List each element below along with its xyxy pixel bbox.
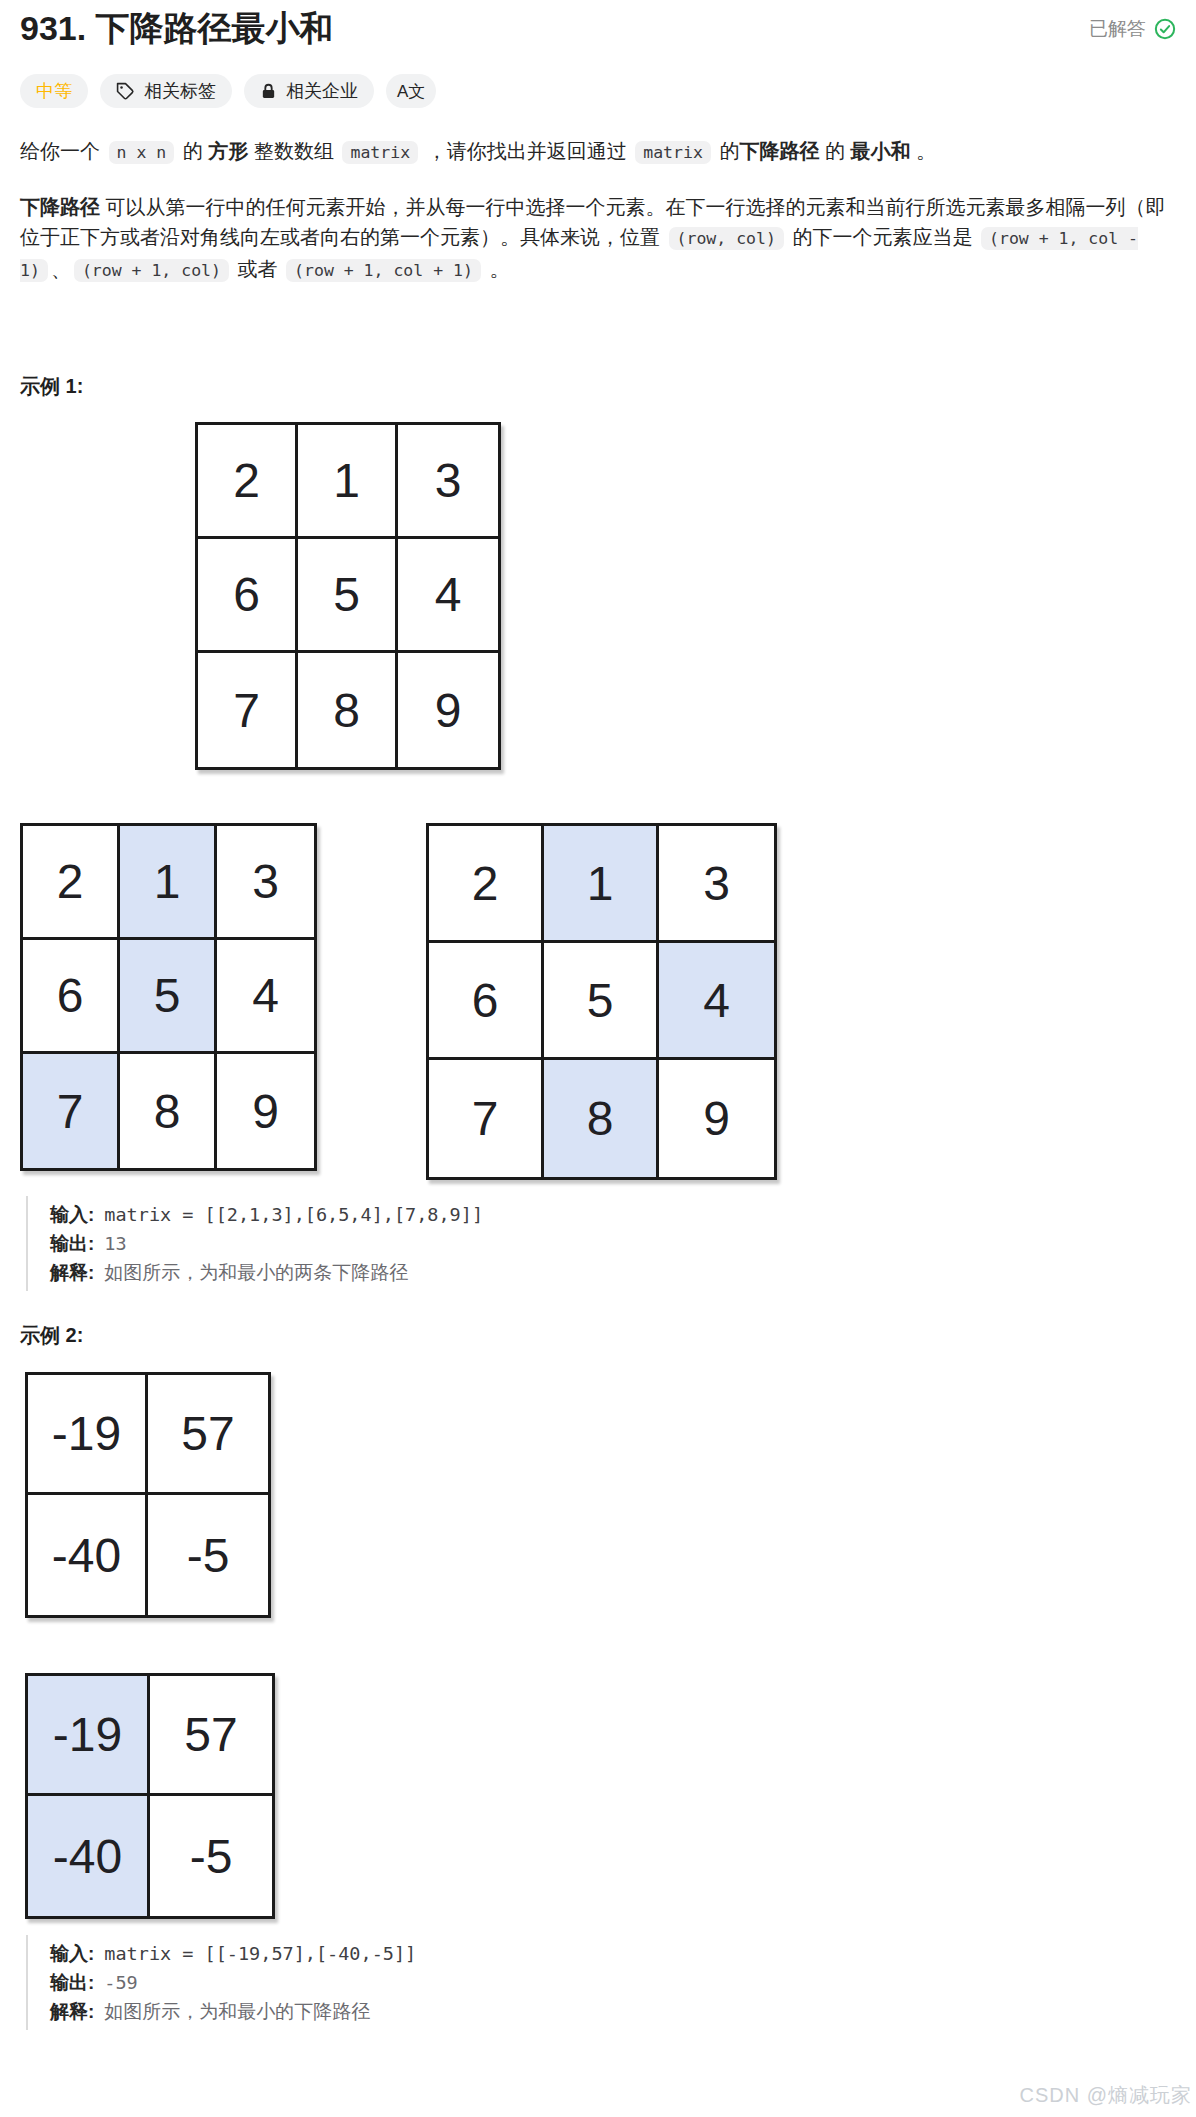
matrix-cell: 8: [120, 1054, 217, 1168]
input-label: 输入:: [50, 1943, 94, 1964]
header: 931. 下降路径最小和 已解答: [20, 0, 1176, 48]
matrix-cell: 4: [217, 940, 314, 1054]
matrix-cell: 4: [398, 539, 498, 653]
example1-output-line: 输出:13: [50, 1229, 1176, 1258]
matrix-cell: 1: [120, 826, 217, 940]
related-tags-button[interactable]: 相关标签: [100, 74, 232, 108]
matrix-cell: 57: [150, 1676, 272, 1796]
matrix-cell: 8: [298, 653, 398, 767]
matrix-cell: 3: [217, 826, 314, 940]
tag-icon: [116, 82, 135, 101]
matrix-cell: 9: [217, 1054, 314, 1168]
lock-icon: [260, 83, 277, 100]
inline-code: (row, col): [669, 227, 784, 250]
example1-explain-line: 解释:如图所示，为和最小的两条下降路径: [50, 1258, 1176, 1287]
example2-path-grid: -1957-40-5: [25, 1673, 275, 1919]
bold-text: 方形: [208, 140, 248, 162]
inline-code: n x n: [109, 141, 175, 164]
matrix-cell: 9: [659, 1060, 774, 1177]
example2-matrix-grid: -1957-40-5: [25, 1372, 271, 1618]
matrix-cell: 2: [23, 826, 120, 940]
matrix-cell: 7: [23, 1054, 120, 1168]
example1-output-value: 13: [104, 1233, 126, 1254]
example2-input-line: 输入:matrix = [[-19,57],[-40,-5]]: [50, 1939, 1176, 1968]
matrix-cell: 3: [398, 425, 498, 539]
matrix-cell: 2: [198, 425, 298, 539]
translate-toggle-button[interactable]: A文: [386, 74, 436, 108]
example1-heading: 示例 1:: [20, 372, 1176, 400]
bold-text: 下降路径: [739, 140, 819, 162]
tag-bar: 中等 相关标签 相关企业 A文: [20, 74, 1176, 108]
example2-explain-line: 解释:如图所示，为和最小的下降路径: [50, 1997, 1176, 2026]
translate-icon-label: A文: [397, 80, 425, 103]
example2-io-block: 输入:matrix = [[-19,57],[-40,-5]] 输出:-59 解…: [26, 1935, 1176, 2030]
example1-paths-figure: 213654789 213654789: [20, 823, 1176, 1180]
matrix-cell: 5: [298, 539, 398, 653]
watermark: CSDN @熵减玩家: [1019, 2082, 1192, 2109]
example1-explain-value: 如图所示，为和最小的两条下降路径: [104, 1262, 408, 1283]
output-label: 输出:: [50, 1972, 94, 1993]
problem-statement-paragraph-1: 给你一个 n x n 的 方形 整数数组 matrix ，请你找出并返回通过 m…: [20, 136, 1176, 168]
bold-text: 最小和: [851, 140, 911, 162]
matrix-cell: 1: [544, 826, 659, 943]
matrix-cell: -19: [28, 1676, 150, 1796]
difficulty-badge: 中等: [20, 74, 88, 108]
problem-statement-paragraph-2: 下降路径 可以从第一行中的任何元素开始，并从每一行中选择一个元素。在下一行选择的…: [20, 192, 1176, 286]
example2-output-line: 输出:-59: [50, 1968, 1176, 1997]
matrix-cell: 1: [298, 425, 398, 539]
input-label: 输入:: [50, 1204, 94, 1225]
output-label: 输出:: [50, 1233, 94, 1254]
matrix-cell: 6: [198, 539, 298, 653]
solved-check-icon: [1154, 18, 1176, 40]
matrix-cell: 5: [120, 940, 217, 1054]
bold-text: 下降路径: [20, 196, 100, 218]
matrix-cell: 9: [398, 653, 498, 767]
matrix-cell: 4: [659, 943, 774, 1060]
inline-code: (row + 1, col): [74, 259, 229, 282]
example2-output-value: -59: [104, 1972, 137, 1993]
matrix-cell: 3: [659, 826, 774, 943]
example2-path-figure: -1957-40-5: [25, 1673, 1176, 1919]
example1-io-block: 输入:matrix = [[2,1,3],[6,5,4],[7,8,9]] 输出…: [26, 1196, 1176, 1291]
matrix-cell: 57: [148, 1375, 268, 1495]
inline-code: matrix: [342, 141, 418, 164]
example2-explain-value: 如图所示，为和最小的下降路径: [104, 2001, 370, 2022]
matrix-cell: 7: [198, 653, 298, 767]
matrix-cell: -5: [150, 1796, 272, 1916]
example2-heading: 示例 2:: [20, 1321, 1176, 1349]
matrix-cell: 6: [429, 943, 544, 1060]
related-companies-label: 相关企业: [286, 79, 358, 103]
example1-path2-grid: 213654789: [426, 823, 777, 1180]
matrix-cell: 2: [429, 826, 544, 943]
related-companies-button[interactable]: 相关企业: [244, 74, 374, 108]
page-title: 931. 下降路径最小和: [20, 8, 334, 48]
inline-code: (row + 1, col + 1): [286, 259, 481, 282]
matrix-cell: 7: [429, 1060, 544, 1177]
matrix-cell: 5: [544, 943, 659, 1060]
matrix-cell: 8: [544, 1060, 659, 1177]
example2-matrix-figure: -1957-40-5: [25, 1372, 1176, 1618]
example2-input-value: matrix = [[-19,57],[-40,-5]]: [104, 1943, 416, 1964]
example1-input-line: 输入:matrix = [[2,1,3],[6,5,4],[7,8,9]]: [50, 1200, 1176, 1229]
example1-path1-grid: 213654789: [20, 823, 317, 1171]
matrix-cell: -40: [28, 1495, 148, 1615]
example1-input-value: matrix = [[2,1,3],[6,5,4],[7,8,9]]: [104, 1204, 483, 1225]
matrix-cell: -5: [148, 1495, 268, 1615]
explain-label: 解释:: [50, 1262, 94, 1283]
solved-status-badge: 已解答: [1089, 16, 1176, 42]
matrix-cell: -40: [28, 1796, 150, 1916]
example1-matrix-grid: 213654789: [195, 422, 501, 770]
matrix-cell: 6: [23, 940, 120, 1054]
explain-label: 解释:: [50, 2001, 94, 2022]
inline-code: matrix: [635, 141, 711, 164]
related-tags-label: 相关标签: [144, 79, 216, 103]
example1-matrix-figure: 213654789: [195, 422, 1176, 770]
matrix-cell: -19: [28, 1375, 148, 1495]
solved-label: 已解答: [1089, 16, 1146, 42]
problem-page: 931. 下降路径最小和 已解答 中等 相关标签: [0, 0, 1196, 2117]
